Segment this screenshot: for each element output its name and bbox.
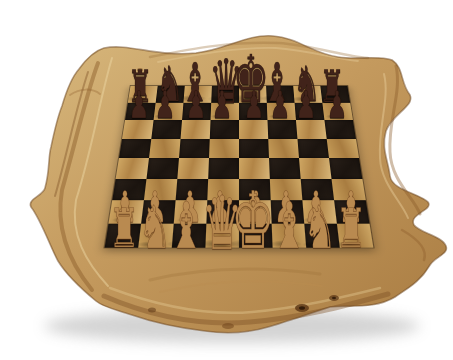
square-g4	[299, 158, 331, 179]
square-h5	[326, 138, 358, 157]
square-d6	[209, 120, 238, 138]
square-e7	[239, 102, 267, 120]
square-a1	[104, 223, 141, 247]
square-g8	[293, 85, 322, 102]
square-b8	[155, 85, 184, 102]
square-f3	[269, 178, 302, 200]
square-d1	[205, 223, 239, 247]
square-e4	[239, 158, 270, 179]
square-e1	[239, 223, 273, 247]
square-f5	[268, 138, 299, 157]
square-a8	[127, 85, 157, 102]
square-e6	[239, 120, 268, 138]
square-c8	[183, 85, 211, 102]
square-a6	[122, 120, 153, 138]
square-g1	[304, 223, 340, 247]
square-b4	[146, 158, 178, 179]
square-f1	[271, 223, 306, 247]
square-g3	[300, 178, 333, 200]
square-h1	[336, 223, 373, 247]
square-d2	[206, 200, 239, 223]
square-c6	[180, 120, 210, 138]
square-f8	[266, 85, 294, 102]
square-a7	[125, 102, 156, 120]
square-g5	[297, 138, 329, 157]
square-e5	[239, 138, 269, 157]
square-a4	[115, 158, 148, 179]
square-c2	[173, 200, 207, 223]
square-a3	[112, 178, 146, 200]
square-g2	[302, 200, 336, 223]
square-d5	[209, 138, 239, 157]
square-b5	[149, 138, 181, 157]
chess-board-grid	[103, 85, 374, 248]
square-g7	[294, 102, 324, 120]
square-c7	[182, 102, 211, 120]
square-c1	[171, 223, 206, 247]
square-h6	[324, 120, 355, 138]
square-c5	[179, 138, 210, 157]
square-d3	[207, 178, 239, 200]
square-f4	[269, 158, 301, 179]
square-h7	[322, 102, 353, 120]
square-e2	[239, 200, 272, 223]
square-f6	[267, 120, 297, 138]
square-h3	[331, 178, 365, 200]
square-d8	[211, 85, 239, 102]
square-f2	[270, 200, 304, 223]
square-h8	[320, 85, 350, 102]
square-b1	[138, 223, 174, 247]
square-b2	[141, 200, 175, 223]
square-a2	[108, 200, 143, 223]
square-h4	[329, 158, 362, 179]
square-f7	[266, 102, 295, 120]
square-c4	[177, 158, 209, 179]
square-d7	[210, 102, 238, 120]
square-b3	[143, 178, 176, 200]
square-h2	[334, 200, 369, 223]
square-c3	[175, 178, 208, 200]
square-b6	[151, 120, 182, 138]
square-e3	[239, 178, 271, 200]
square-e8	[239, 85, 267, 102]
square-a5	[119, 138, 151, 157]
square-g6	[295, 120, 326, 138]
square-b7	[153, 102, 183, 120]
chess-set-photo: ♜♞♝♛♚♝♞♜♟♟♟♟♟♟♟♟♟♟♟♟♟♟♟♟♜♞♝♛♚♝♞♜	[0, 0, 453, 360]
square-d4	[208, 158, 239, 179]
